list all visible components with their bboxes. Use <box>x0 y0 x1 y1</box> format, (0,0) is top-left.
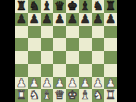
piece-white-pawn-a2[interactable]: ♟ <box>16 77 27 89</box>
square-e3[interactable] <box>66 64 79 77</box>
letterbox-left <box>0 0 15 102</box>
square-d3[interactable] <box>53 64 66 77</box>
square-b1[interactable]: ♞ <box>28 89 41 102</box>
piece-white-king-e1[interactable]: ♚ <box>67 89 78 101</box>
square-g3[interactable] <box>92 64 105 77</box>
square-e1[interactable]: ♚ <box>66 89 79 102</box>
square-g6[interactable] <box>92 26 105 39</box>
square-f1[interactable]: ♝ <box>79 89 92 102</box>
square-b4[interactable] <box>28 51 41 64</box>
piece-black-pawn-a7[interactable]: ♟ <box>16 13 27 25</box>
square-h3[interactable] <box>104 64 117 77</box>
square-c2[interactable]: ♟ <box>41 77 54 90</box>
square-e4[interactable] <box>66 51 79 64</box>
piece-white-pawn-c2[interactable]: ♟ <box>41 77 52 89</box>
square-a3[interactable] <box>15 64 28 77</box>
piece-black-knight-g8[interactable]: ♞ <box>92 0 103 12</box>
square-d7[interactable]: ♟ <box>53 13 66 26</box>
piece-white-bishop-f1[interactable]: ♝ <box>80 89 91 101</box>
chess-board: ♜♞♝♛♚♝♞♜♟♟♟♟♟♟♟♟♟♟♟♟♟♟♟♟♜♞♝♛♚♝♞♜ <box>15 0 117 102</box>
square-e2[interactable]: ♟ <box>66 77 79 90</box>
square-h7[interactable]: ♟ <box>104 13 117 26</box>
piece-black-pawn-c7[interactable]: ♟ <box>41 13 52 25</box>
square-a6[interactable] <box>15 26 28 39</box>
square-e6[interactable] <box>66 26 79 39</box>
square-c6[interactable] <box>41 26 54 39</box>
piece-black-rook-h8[interactable]: ♜ <box>105 0 116 12</box>
square-d8[interactable]: ♛ <box>53 0 66 13</box>
piece-black-pawn-e7[interactable]: ♟ <box>67 13 78 25</box>
piece-black-rook-a8[interactable]: ♜ <box>16 0 27 12</box>
square-f7[interactable]: ♟ <box>79 13 92 26</box>
square-a4[interactable] <box>15 51 28 64</box>
piece-white-pawn-g2[interactable]: ♟ <box>92 77 103 89</box>
piece-black-pawn-b7[interactable]: ♟ <box>29 13 40 25</box>
square-h8[interactable]: ♜ <box>104 0 117 13</box>
piece-black-king-e8[interactable]: ♚ <box>67 0 78 12</box>
square-f8[interactable]: ♝ <box>79 0 92 13</box>
square-a8[interactable]: ♜ <box>15 0 28 13</box>
piece-black-queen-d8[interactable]: ♛ <box>54 0 65 12</box>
square-h6[interactable] <box>104 26 117 39</box>
square-h1[interactable]: ♜ <box>104 89 117 102</box>
square-b2[interactable]: ♟ <box>28 77 41 90</box>
piece-black-bishop-c8[interactable]: ♝ <box>41 0 52 12</box>
piece-white-queen-d1[interactable]: ♛ <box>54 89 65 101</box>
piece-white-rook-a1[interactable]: ♜ <box>16 89 27 101</box>
square-d1[interactable]: ♛ <box>53 89 66 102</box>
piece-black-bishop-f8[interactable]: ♝ <box>80 0 91 12</box>
square-d5[interactable] <box>53 38 66 51</box>
square-a2[interactable]: ♟ <box>15 77 28 90</box>
square-b7[interactable]: ♟ <box>28 13 41 26</box>
square-h5[interactable] <box>104 38 117 51</box>
square-d6[interactable] <box>53 26 66 39</box>
square-g4[interactable] <box>92 51 105 64</box>
piece-white-knight-g1[interactable]: ♞ <box>92 89 103 101</box>
piece-white-knight-b1[interactable]: ♞ <box>29 89 40 101</box>
piece-white-pawn-d2[interactable]: ♟ <box>54 77 65 89</box>
square-e8[interactable]: ♚ <box>66 0 79 13</box>
piece-black-pawn-d7[interactable]: ♟ <box>54 13 65 25</box>
piece-white-rook-h1[interactable]: ♜ <box>105 89 116 101</box>
piece-black-pawn-f7[interactable]: ♟ <box>80 13 91 25</box>
square-e7[interactable]: ♟ <box>66 13 79 26</box>
square-b6[interactable] <box>28 26 41 39</box>
square-f5[interactable] <box>79 38 92 51</box>
piece-white-pawn-b2[interactable]: ♟ <box>29 77 40 89</box>
square-c4[interactable] <box>41 51 54 64</box>
square-h2[interactable]: ♟ <box>104 77 117 90</box>
square-d2[interactable]: ♟ <box>53 77 66 90</box>
square-f3[interactable] <box>79 64 92 77</box>
square-c3[interactable] <box>41 64 54 77</box>
piece-white-pawn-h2[interactable]: ♟ <box>105 77 116 89</box>
square-c7[interactable]: ♟ <box>41 13 54 26</box>
square-f4[interactable] <box>79 51 92 64</box>
letterbox-right <box>117 0 136 102</box>
square-c1[interactable]: ♝ <box>41 89 54 102</box>
square-g1[interactable]: ♞ <box>92 89 105 102</box>
square-a1[interactable]: ♜ <box>15 89 28 102</box>
piece-black-pawn-g7[interactable]: ♟ <box>92 13 103 25</box>
square-a5[interactable] <box>15 38 28 51</box>
piece-white-pawn-f2[interactable]: ♟ <box>80 77 91 89</box>
square-b3[interactable] <box>28 64 41 77</box>
square-f2[interactable]: ♟ <box>79 77 92 90</box>
square-c5[interactable] <box>41 38 54 51</box>
square-e5[interactable] <box>66 38 79 51</box>
square-g2[interactable]: ♟ <box>92 77 105 90</box>
piece-white-bishop-c1[interactable]: ♝ <box>41 89 52 101</box>
square-h4[interactable] <box>104 51 117 64</box>
square-b8[interactable]: ♞ <box>28 0 41 13</box>
piece-black-pawn-h7[interactable]: ♟ <box>105 13 116 25</box>
square-c8[interactable]: ♝ <box>41 0 54 13</box>
square-b5[interactable] <box>28 38 41 51</box>
game-window: ♜♞♝♛♚♝♞♜♟♟♟♟♟♟♟♟♟♟♟♟♟♟♟♟♜♞♝♛♚♝♞♜ <box>0 0 136 102</box>
square-g7[interactable]: ♟ <box>92 13 105 26</box>
square-g5[interactable] <box>92 38 105 51</box>
square-f6[interactable] <box>79 26 92 39</box>
piece-black-knight-b8[interactable]: ♞ <box>29 0 40 12</box>
piece-white-pawn-e2[interactable]: ♟ <box>67 77 78 89</box>
square-d4[interactable] <box>53 51 66 64</box>
square-g8[interactable]: ♞ <box>92 0 105 13</box>
square-a7[interactable]: ♟ <box>15 13 28 26</box>
